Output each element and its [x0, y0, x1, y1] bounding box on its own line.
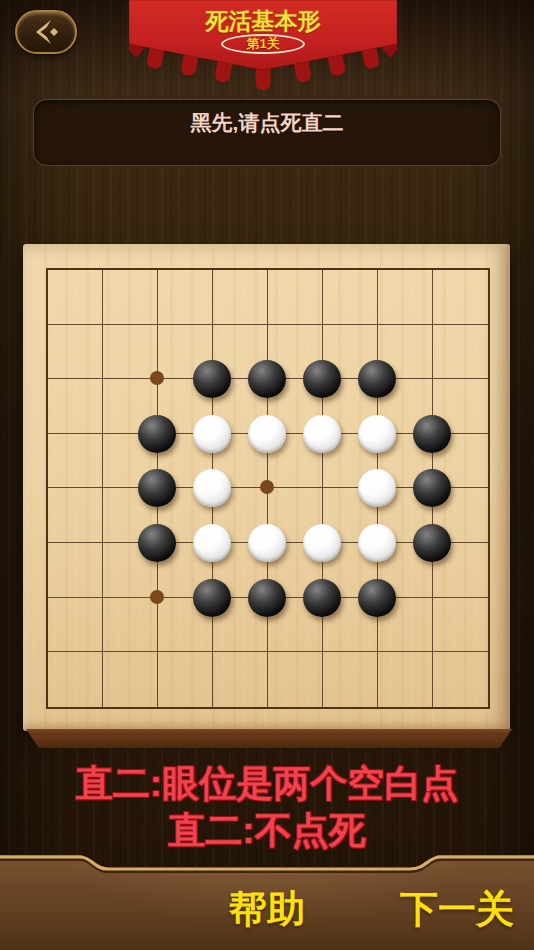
level-badge: 第1关	[221, 34, 305, 54]
black-stone[interactable]	[248, 360, 286, 398]
app-screen: 死活基本形 第1关 黑先,请点死直二 直二:眼位是两个空白点 直二:不点死 帮助…	[0, 0, 534, 950]
white-stone[interactable]	[303, 415, 341, 453]
black-stone[interactable]	[248, 579, 286, 617]
star-point	[260, 480, 274, 494]
black-stone[interactable]	[193, 579, 231, 617]
black-stone[interactable]	[303, 579, 341, 617]
black-stone[interactable]	[413, 469, 451, 507]
white-stone[interactable]	[303, 524, 341, 562]
black-stone[interactable]	[138, 415, 176, 453]
instruction-text: 黑先,请点死直二	[34, 109, 500, 137]
back-button[interactable]	[15, 10, 77, 54]
tip-line-1: 直二:眼位是两个空白点	[0, 760, 534, 807]
black-stone[interactable]	[358, 360, 396, 398]
tip-text: 直二:眼位是两个空白点 直二:不点死	[0, 760, 534, 854]
star-point	[150, 590, 164, 604]
white-stone[interactable]	[193, 415, 231, 453]
black-stone[interactable]	[358, 579, 396, 617]
board-bevel	[26, 729, 512, 748]
back-arrow-icon	[30, 17, 62, 47]
white-stone[interactable]	[248, 524, 286, 562]
black-stone[interactable]	[138, 524, 176, 562]
white-stone[interactable]	[193, 524, 231, 562]
white-stone[interactable]	[193, 469, 231, 507]
black-stone[interactable]	[193, 360, 231, 398]
black-stone[interactable]	[413, 524, 451, 562]
white-stone[interactable]	[358, 415, 396, 453]
next-level-button[interactable]: 下一关	[377, 884, 534, 935]
black-stone[interactable]	[138, 469, 176, 507]
stones-layer	[23, 244, 510, 731]
instruction-panel: 黑先,请点死直二	[33, 99, 501, 166]
black-stone[interactable]	[303, 360, 341, 398]
white-stone[interactable]	[358, 469, 396, 507]
white-stone[interactable]	[248, 415, 286, 453]
white-stone[interactable]	[358, 524, 396, 562]
star-point	[150, 371, 164, 385]
level-label: 第1关	[223, 36, 303, 52]
help-button[interactable]: 帮助	[187, 884, 347, 935]
black-stone[interactable]	[413, 415, 451, 453]
title-banner: 死活基本形 第1关	[127, 0, 399, 100]
go-board[interactable]	[23, 244, 510, 731]
page-title: 死活基本形	[127, 6, 399, 37]
tip-line-2: 直二:不点死	[0, 807, 534, 854]
